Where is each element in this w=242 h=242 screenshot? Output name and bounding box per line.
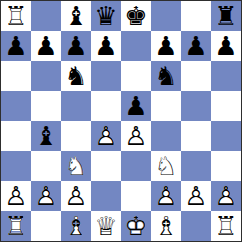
white-pawn-piece[interactable]: ♟♙ bbox=[1, 181, 31, 211]
black-bishop-piece[interactable]: ♝ bbox=[61, 1, 91, 31]
white-rook-outline-glyph: ♖ bbox=[1, 1, 31, 31]
square-h2[interactable]: ♟♙ bbox=[211, 181, 241, 211]
square-f3[interactable]: ♞♘ bbox=[151, 151, 181, 181]
white-pawn-piece[interactable]: ♟♙ bbox=[121, 121, 151, 151]
square-c2[interactable]: ♟♙ bbox=[61, 181, 91, 211]
white-pawn-outline-glyph: ♙ bbox=[121, 121, 151, 151]
chess-board: ♜♖♝♛♚♜♟♟♟♟♟♟♟♞♞♟♝♟♙♟♙♞♘♞♘♟♙♟♙♟♙♟♙♟♙♟♙♜♖♝… bbox=[1, 1, 241, 241]
black-bishop-glyph: ♝ bbox=[61, 1, 91, 31]
square-a5[interactable] bbox=[1, 91, 31, 121]
square-a6[interactable] bbox=[1, 61, 31, 91]
square-b7[interactable]: ♟ bbox=[31, 31, 61, 61]
white-pawn-piece[interactable]: ♟♙ bbox=[211, 181, 241, 211]
white-pawn-piece[interactable]: ♟♙ bbox=[61, 181, 91, 211]
square-d1[interactable]: ♛♕ bbox=[91, 211, 121, 241]
black-bishop-piece[interactable]: ♝ bbox=[31, 121, 61, 151]
white-pawn-outline-glyph: ♙ bbox=[211, 181, 241, 211]
black-pawn-piece[interactable]: ♟ bbox=[1, 31, 31, 61]
square-a7[interactable]: ♟ bbox=[1, 31, 31, 61]
square-d2[interactable] bbox=[91, 181, 121, 211]
white-bishop-outline-glyph: ♗ bbox=[151, 211, 181, 241]
black-pawn-glyph: ♟ bbox=[31, 31, 61, 61]
chess-board-frame: ♜♖♝♛♚♜♟♟♟♟♟♟♟♞♞♟♝♟♙♟♙♞♘♞♘♟♙♟♙♟♙♟♙♟♙♟♙♜♖♝… bbox=[0, 0, 242, 242]
square-a3[interactable] bbox=[1, 151, 31, 181]
white-pawn-piece[interactable]: ♟♙ bbox=[31, 181, 61, 211]
square-e1[interactable]: ♚♔ bbox=[121, 211, 151, 241]
black-pawn-glyph: ♟ bbox=[121, 91, 151, 121]
white-pawn-piece[interactable]: ♟♙ bbox=[181, 181, 211, 211]
square-b5[interactable] bbox=[31, 91, 61, 121]
square-g1[interactable] bbox=[181, 211, 211, 241]
square-c1[interactable]: ♝♗ bbox=[61, 211, 91, 241]
black-pawn-glyph: ♟ bbox=[151, 31, 181, 61]
square-g2[interactable]: ♟♙ bbox=[181, 181, 211, 211]
square-e6[interactable] bbox=[121, 61, 151, 91]
square-h6[interactable] bbox=[211, 61, 241, 91]
square-b4[interactable]: ♝ bbox=[31, 121, 61, 151]
black-pawn-glyph: ♟ bbox=[181, 31, 211, 61]
white-bishop-piece[interactable]: ♝♗ bbox=[61, 211, 91, 241]
black-knight-glyph: ♞ bbox=[151, 61, 181, 91]
white-rook-outline-glyph: ♖ bbox=[1, 211, 31, 241]
black-pawn-piece[interactable]: ♟ bbox=[31, 31, 61, 61]
black-knight-glyph: ♞ bbox=[61, 61, 91, 91]
white-pawn-outline-glyph: ♙ bbox=[1, 181, 31, 211]
black-pawn-piece[interactable]: ♟ bbox=[151, 31, 181, 61]
square-g7[interactable]: ♟ bbox=[181, 31, 211, 61]
square-h1[interactable]: ♜♖ bbox=[211, 211, 241, 241]
square-g3[interactable] bbox=[181, 151, 211, 181]
black-pawn-piece[interactable]: ♟ bbox=[181, 31, 211, 61]
black-rook-glyph: ♜ bbox=[211, 1, 241, 31]
square-e2[interactable] bbox=[121, 181, 151, 211]
square-f4[interactable] bbox=[151, 121, 181, 151]
black-rook-piece[interactable]: ♜ bbox=[211, 1, 241, 31]
black-knight-piece[interactable]: ♞ bbox=[61, 61, 91, 91]
black-bishop-glyph: ♝ bbox=[31, 121, 61, 151]
square-a1[interactable]: ♜♖ bbox=[1, 211, 31, 241]
square-h3[interactable] bbox=[211, 151, 241, 181]
white-knight-piece[interactable]: ♞♘ bbox=[61, 151, 91, 181]
square-c3[interactable]: ♞♘ bbox=[61, 151, 91, 181]
square-c8[interactable]: ♝ bbox=[61, 1, 91, 31]
square-e8[interactable]: ♚ bbox=[121, 1, 151, 31]
white-bishop-piece[interactable]: ♝♗ bbox=[151, 211, 181, 241]
square-c5[interactable] bbox=[61, 91, 91, 121]
black-queen-glyph: ♛ bbox=[91, 1, 121, 31]
square-d8[interactable]: ♛ bbox=[91, 1, 121, 31]
square-d3[interactable] bbox=[91, 151, 121, 181]
white-rook-piece[interactable]: ♜♖ bbox=[211, 211, 241, 241]
black-pawn-glyph: ♟ bbox=[61, 31, 91, 61]
white-knight-piece[interactable]: ♞♘ bbox=[151, 151, 181, 181]
white-queen-piece[interactable]: ♛♕ bbox=[91, 211, 121, 241]
square-b2[interactable]: ♟♙ bbox=[31, 181, 61, 211]
square-f8[interactable] bbox=[151, 1, 181, 31]
black-pawn-piece[interactable]: ♟ bbox=[121, 91, 151, 121]
square-e5[interactable]: ♟ bbox=[121, 91, 151, 121]
white-king-piece[interactable]: ♚♔ bbox=[121, 211, 151, 241]
black-pawn-piece[interactable]: ♟ bbox=[91, 31, 121, 61]
square-h4[interactable] bbox=[211, 121, 241, 151]
black-king-piece[interactable]: ♚ bbox=[121, 1, 151, 31]
square-c6[interactable]: ♞ bbox=[61, 61, 91, 91]
square-g5[interactable] bbox=[181, 91, 211, 121]
white-pawn-piece[interactable]: ♟♙ bbox=[151, 181, 181, 211]
square-a8[interactable]: ♜♖ bbox=[1, 1, 31, 31]
white-pawn-outline-glyph: ♙ bbox=[181, 181, 211, 211]
white-rook-outline-glyph: ♖ bbox=[211, 211, 241, 241]
square-g6[interactable] bbox=[181, 61, 211, 91]
square-h7[interactable]: ♟ bbox=[211, 31, 241, 61]
black-pawn-glyph: ♟ bbox=[1, 31, 31, 61]
square-e3[interactable] bbox=[121, 151, 151, 181]
square-f7[interactable]: ♟ bbox=[151, 31, 181, 61]
black-knight-piece[interactable]: ♞ bbox=[151, 61, 181, 91]
square-c4[interactable] bbox=[61, 121, 91, 151]
black-pawn-glyph: ♟ bbox=[91, 31, 121, 61]
white-queen-outline-glyph: ♕ bbox=[91, 211, 121, 241]
black-queen-piece[interactable]: ♛ bbox=[91, 1, 121, 31]
white-knight-outline-glyph: ♘ bbox=[151, 151, 181, 181]
square-g8[interactable] bbox=[181, 1, 211, 31]
square-d4[interactable]: ♟♙ bbox=[91, 121, 121, 151]
square-g4[interactable] bbox=[181, 121, 211, 151]
square-f1[interactable]: ♝♗ bbox=[151, 211, 181, 241]
black-pawn-piece[interactable]: ♟ bbox=[211, 31, 241, 61]
white-knight-outline-glyph: ♘ bbox=[61, 151, 91, 181]
square-d7[interactable]: ♟ bbox=[91, 31, 121, 61]
square-h5[interactable] bbox=[211, 91, 241, 121]
square-b1[interactable] bbox=[31, 211, 61, 241]
black-pawn-piece[interactable]: ♟ bbox=[61, 31, 91, 61]
square-c7[interactable]: ♟ bbox=[61, 31, 91, 61]
white-rook-piece[interactable]: ♜♖ bbox=[1, 1, 31, 31]
square-b3[interactable] bbox=[31, 151, 61, 181]
square-a4[interactable] bbox=[1, 121, 31, 151]
square-f6[interactable]: ♞ bbox=[151, 61, 181, 91]
white-pawn-piece[interactable]: ♟♙ bbox=[91, 121, 121, 151]
black-pawn-glyph: ♟ bbox=[211, 31, 241, 61]
square-e7[interactable] bbox=[121, 31, 151, 61]
square-f5[interactable] bbox=[151, 91, 181, 121]
square-d6[interactable] bbox=[91, 61, 121, 91]
white-king-outline-glyph: ♔ bbox=[121, 211, 151, 241]
square-f2[interactable]: ♟♙ bbox=[151, 181, 181, 211]
white-pawn-outline-glyph: ♙ bbox=[91, 121, 121, 151]
white-pawn-outline-glyph: ♙ bbox=[151, 181, 181, 211]
white-bishop-outline-glyph: ♗ bbox=[61, 211, 91, 241]
white-pawn-outline-glyph: ♙ bbox=[61, 181, 91, 211]
square-e4[interactable]: ♟♙ bbox=[121, 121, 151, 151]
square-d5[interactable] bbox=[91, 91, 121, 121]
square-b8[interactable] bbox=[31, 1, 61, 31]
square-a2[interactable]: ♟♙ bbox=[1, 181, 31, 211]
black-king-glyph: ♚ bbox=[121, 1, 151, 31]
white-pawn-outline-glyph: ♙ bbox=[31, 181, 61, 211]
white-rook-piece[interactable]: ♜♖ bbox=[1, 211, 31, 241]
square-h8[interactable]: ♜ bbox=[211, 1, 241, 31]
square-b6[interactable] bbox=[31, 61, 61, 91]
